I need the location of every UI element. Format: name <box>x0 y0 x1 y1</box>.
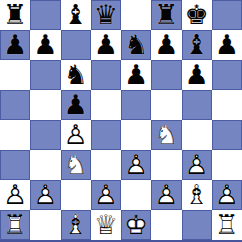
square-h1[interactable]: ♜♖ <box>212 210 242 240</box>
square-e7[interactable]: ♞ <box>121 30 151 60</box>
square-h5[interactable] <box>212 90 242 120</box>
piece-white-rook: ♜♖ <box>0 210 30 240</box>
square-c2[interactable] <box>61 180 91 210</box>
square-f2[interactable]: ♟♙ <box>151 180 181 210</box>
square-a2[interactable]: ♟♙ <box>0 180 30 210</box>
square-g5[interactable] <box>182 90 212 120</box>
piece-outline-glyph: ♖ <box>0 210 30 240</box>
square-h6[interactable] <box>212 60 242 90</box>
square-c7[interactable] <box>61 30 91 60</box>
square-f1[interactable] <box>151 210 181 240</box>
square-f6[interactable] <box>151 60 181 90</box>
square-a3[interactable] <box>0 150 30 180</box>
square-f5[interactable] <box>151 90 181 120</box>
piece-white-rook: ♜♖ <box>212 210 242 240</box>
square-e4[interactable] <box>121 120 151 150</box>
square-d7[interactable]: ♟ <box>91 30 121 60</box>
piece-white-knight: ♞♘ <box>61 150 91 180</box>
square-d3[interactable] <box>91 150 121 180</box>
piece-black-king: ♚ <box>182 0 212 30</box>
square-e5[interactable] <box>121 90 151 120</box>
square-g3[interactable]: ♟♙ <box>182 150 212 180</box>
piece-white-pawn: ♟♙ <box>30 180 60 210</box>
square-c6[interactable]: ♞ <box>61 60 91 90</box>
piece-outline-glyph: ♖ <box>212 210 242 240</box>
piece-black-pawn: ♟ <box>151 30 181 60</box>
piece-white-pawn: ♟♙ <box>121 150 151 180</box>
square-h2[interactable]: ♟♙ <box>212 180 242 210</box>
square-c5[interactable]: ♟ <box>61 90 91 120</box>
square-h7[interactable]: ♟ <box>212 30 242 60</box>
square-a7[interactable]: ♟ <box>0 30 30 60</box>
square-g6[interactable]: ♟ <box>182 60 212 90</box>
square-e1[interactable]: ♚♔ <box>121 210 151 240</box>
piece-black-knight: ♞ <box>121 30 151 60</box>
square-f7[interactable]: ♟ <box>151 30 181 60</box>
square-c4[interactable]: ♟♙ <box>61 120 91 150</box>
piece-outline-glyph: ♙ <box>212 180 242 210</box>
piece-outline-glyph: ♙ <box>61 120 91 150</box>
square-d6[interactable] <box>91 60 121 90</box>
square-b3[interactable] <box>30 150 60 180</box>
piece-white-bishop: ♝♗ <box>61 210 91 240</box>
square-h4[interactable] <box>212 120 242 150</box>
piece-outline-glyph: ♗ <box>61 210 91 240</box>
chess-board: ♜♝♛♜♚♟♟♟♞♟♝♟♞♟♟♟♟♙♞♘♞♘♟♙♟♙♟♙♟♙♟♙♟♙♝♗♟♙♜♖… <box>0 0 242 242</box>
square-h8[interactable] <box>212 0 242 30</box>
piece-outline-glyph: ♘ <box>61 150 91 180</box>
square-g2[interactable]: ♝♗ <box>182 180 212 210</box>
square-b4[interactable] <box>30 120 60 150</box>
square-d2[interactable]: ♟♙ <box>91 180 121 210</box>
square-a5[interactable] <box>0 90 30 120</box>
piece-black-pawn: ♟ <box>91 30 121 60</box>
square-d5[interactable] <box>91 90 121 120</box>
square-e2[interactable] <box>121 180 151 210</box>
piece-white-knight: ♞♘ <box>151 120 181 150</box>
piece-black-pawn: ♟ <box>182 60 212 90</box>
piece-outline-glyph: ♙ <box>151 180 181 210</box>
square-g8[interactable]: ♚ <box>182 0 212 30</box>
piece-white-king: ♚♔ <box>121 210 151 240</box>
piece-outline-glyph: ♕ <box>91 210 121 240</box>
square-a4[interactable] <box>0 120 30 150</box>
piece-black-rook: ♜ <box>151 0 181 30</box>
piece-white-pawn: ♟♙ <box>91 180 121 210</box>
square-b5[interactable] <box>30 90 60 120</box>
square-f8[interactable]: ♜ <box>151 0 181 30</box>
piece-black-pawn: ♟ <box>0 30 30 60</box>
piece-black-rook: ♜ <box>0 0 30 30</box>
square-c8[interactable]: ♝ <box>61 0 91 30</box>
piece-outline-glyph: ♙ <box>91 180 121 210</box>
piece-white-pawn: ♟♙ <box>0 180 30 210</box>
square-g7[interactable]: ♝ <box>182 30 212 60</box>
piece-black-pawn: ♟ <box>61 90 91 120</box>
square-e3[interactable]: ♟♙ <box>121 150 151 180</box>
piece-outline-glyph: ♘ <box>151 120 181 150</box>
square-d1[interactable]: ♛♕ <box>91 210 121 240</box>
square-g1[interactable] <box>182 210 212 240</box>
piece-black-pawn: ♟ <box>121 60 151 90</box>
square-c1[interactable]: ♝♗ <box>61 210 91 240</box>
square-a1[interactable]: ♜♖ <box>0 210 30 240</box>
piece-white-queen: ♛♕ <box>91 210 121 240</box>
piece-black-pawn: ♟ <box>212 30 242 60</box>
square-h3[interactable] <box>212 150 242 180</box>
piece-white-pawn: ♟♙ <box>151 180 181 210</box>
square-d8[interactable]: ♛ <box>91 0 121 30</box>
square-d4[interactable] <box>91 120 121 150</box>
piece-black-bishop: ♝ <box>182 30 212 60</box>
piece-white-pawn: ♟♙ <box>212 180 242 210</box>
square-a6[interactable] <box>0 60 30 90</box>
piece-outline-glyph: ♙ <box>0 180 30 210</box>
piece-black-pawn: ♟ <box>30 30 60 60</box>
square-f4[interactable]: ♞♘ <box>151 120 181 150</box>
piece-outline-glyph: ♔ <box>121 210 151 240</box>
piece-black-queen: ♛ <box>91 0 121 30</box>
square-b8[interactable] <box>30 0 60 30</box>
square-c3[interactable]: ♞♘ <box>61 150 91 180</box>
square-b7[interactable]: ♟ <box>30 30 60 60</box>
piece-black-knight: ♞ <box>61 60 91 90</box>
piece-outline-glyph: ♙ <box>30 180 60 210</box>
piece-white-pawn: ♟♙ <box>182 150 212 180</box>
square-g4[interactable] <box>182 120 212 150</box>
square-f3[interactable] <box>151 150 181 180</box>
piece-white-bishop: ♝♗ <box>182 180 212 210</box>
square-a8[interactable]: ♜ <box>0 0 30 30</box>
square-e8[interactable] <box>121 0 151 30</box>
square-b2[interactable]: ♟♙ <box>30 180 60 210</box>
piece-black-bishop: ♝ <box>61 0 91 30</box>
piece-outline-glyph: ♙ <box>121 150 151 180</box>
square-b1[interactable] <box>30 210 60 240</box>
piece-white-pawn: ♟♙ <box>61 120 91 150</box>
piece-outline-glyph: ♙ <box>182 150 212 180</box>
square-e6[interactable]: ♟ <box>121 60 151 90</box>
square-b6[interactable] <box>30 60 60 90</box>
piece-outline-glyph: ♗ <box>182 180 212 210</box>
